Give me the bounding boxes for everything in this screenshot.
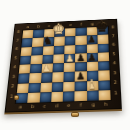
square-d3 (52, 72, 64, 82)
square-a4 (19, 64, 31, 74)
file-label-g: g (87, 102, 99, 107)
white-pawn-e5: ♟ (65, 53, 74, 63)
black-pawn-f5: ♟ (76, 53, 85, 63)
square-g5: ♟ (86, 53, 97, 62)
file-label-e: e (63, 103, 75, 108)
square-e3 (63, 72, 75, 82)
square-e2 (63, 81, 75, 91)
rank-label-1: 1 (114, 90, 118, 101)
chess-board: abcdefgh abcdefgh 87654321 87654321 ♚♚♞♟… (5, 19, 122, 113)
square-e1 (63, 91, 75, 101)
black-pawn-g5: ♟ (87, 52, 96, 62)
square-d5 (53, 54, 64, 63)
square-h1 (98, 90, 110, 101)
square-h2 (98, 80, 110, 90)
white-pawn-c4: ♟ (42, 63, 51, 73)
square-b1 (27, 92, 39, 102)
brass-clasp-left (14, 95, 19, 100)
square-f3: ♟ (75, 71, 87, 81)
square-b6 (31, 46, 42, 55)
square-f5: ♟ (75, 53, 86, 62)
brass-clasp-front (71, 112, 79, 117)
square-e4 (64, 63, 76, 73)
square-c5 (42, 54, 54, 63)
file-label-f: f (75, 103, 87, 108)
file-label-h: h (99, 102, 112, 107)
square-d2 (51, 82, 63, 92)
file-label-a: a (14, 105, 26, 110)
square-d4 (52, 63, 64, 73)
file-label-d: d (50, 103, 62, 108)
square-h5 (98, 52, 110, 62)
black-knight-c7: ♞ (43, 35, 53, 46)
square-h6 (97, 43, 108, 52)
square-f1 (75, 91, 87, 102)
square-g3 (86, 71, 98, 81)
square-f4 (75, 62, 86, 72)
black-pawn-f3: ♟ (76, 71, 85, 81)
square-d6 (53, 45, 64, 54)
square-e6 (64, 45, 75, 54)
square-c1 (39, 92, 51, 102)
square-b3 (29, 73, 41, 83)
black-pawn-g7: ♟ (87, 35, 96, 45)
square-a2 (17, 83, 29, 93)
square-g1 (87, 90, 99, 101)
square-g6 (86, 44, 97, 53)
square-f6 (75, 44, 86, 53)
square-c7: ♞ (43, 37, 54, 46)
square-c2 (40, 82, 52, 92)
file-label-c: c (38, 104, 50, 109)
square-g2: ♝ (87, 80, 99, 90)
photo-background: abcdefgh abcdefgh 87654321 87654321 ♚♚♞♟… (0, 0, 130, 130)
square-c4: ♟ (41, 63, 53, 73)
square-f2 (75, 81, 87, 91)
square-b2 (28, 83, 40, 93)
board-frame: abcdefgh abcdefgh 87654321 87654321 ♚♚♞♟… (5, 19, 122, 113)
square-h4 (98, 61, 110, 71)
file-label-b: b (26, 104, 38, 109)
square-a3 (18, 74, 30, 84)
square-a5 (20, 55, 32, 64)
board-grid: ♚♚♞♟♟♟♟♟♟♝ (15, 26, 112, 104)
square-h3 (98, 70, 110, 80)
square-b4 (30, 64, 42, 74)
square-g4 (86, 62, 98, 72)
square-c3 (40, 73, 52, 83)
square-d1 (51, 92, 63, 102)
rank-label-1: 1 (9, 94, 13, 104)
